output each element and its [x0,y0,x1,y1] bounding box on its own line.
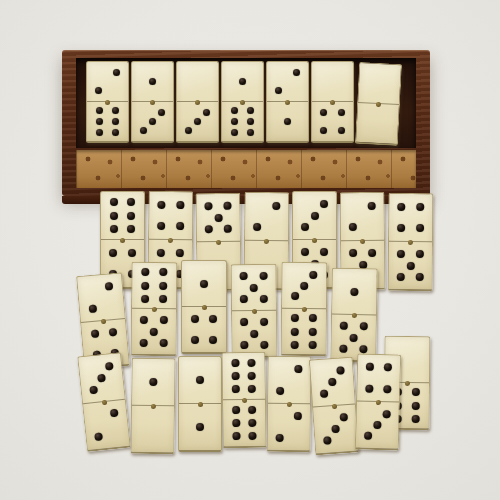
pip [224,225,232,233]
pip [350,333,358,341]
domino-tile-row3-7-value-4-3[interactable] [355,353,401,450]
pip [239,78,246,85]
box-tray [76,58,416,148]
pip [140,339,148,347]
pip [204,202,212,210]
tile-half-top [357,354,400,401]
pip [194,118,201,125]
pip [176,222,184,230]
domino-tile-box_row-6-value-0-4[interactable] [311,61,354,143]
domino-tile-row3-6-value-3-3[interactable] [309,357,360,456]
tile-half-top [87,62,128,101]
pip [214,213,222,221]
tile-half-top [182,261,226,306]
domino-tile-row2-3-value-1-4[interactable] [181,260,227,354]
pip [291,314,299,322]
pip [349,223,357,231]
tile-half-bottom [312,102,353,141]
pip [260,318,268,326]
tile-half-top [310,358,355,407]
pip [291,292,299,300]
domino-tile-row3-3-value-1-1[interactable] [178,356,222,452]
pip [240,318,248,326]
pip [113,69,120,76]
pip [149,78,156,85]
tile-half-top [341,193,384,240]
tile-half-top [389,194,432,241]
pip [160,316,168,324]
tile-half-top [267,62,308,101]
domino-tile-row1-7-value-4-5[interactable] [388,193,434,291]
pip [248,385,256,393]
pip [141,268,149,276]
pip [149,118,156,125]
pip [249,419,257,427]
pip [109,328,118,337]
pip [359,345,367,353]
pip [231,129,238,136]
pip [276,386,284,394]
pip [247,107,254,114]
pip [91,330,100,339]
pip [110,198,118,206]
pip [110,409,119,418]
tile-half-top [358,63,401,104]
domino-tile-box_row-5-value-2-1[interactable] [266,61,309,143]
pip [384,364,392,372]
pip [309,271,317,279]
tile-half-top [312,62,353,101]
pip [112,118,119,125]
tile-half-top [245,193,288,240]
pip [373,421,381,429]
pip [308,341,316,349]
pip [260,341,268,349]
pip [368,249,376,257]
pip [89,386,98,395]
pip [309,314,317,322]
pip [320,248,328,256]
tile-half-bottom [177,102,218,141]
photo-backdrop [0,0,500,500]
pip [158,222,166,230]
pip [406,261,414,269]
pip [367,202,375,210]
pip [232,432,240,440]
pip [159,268,167,276]
pip [365,384,373,392]
pip [323,436,332,445]
pip [232,419,240,427]
pip [301,223,309,231]
domino-tile-box_row-4-value-1-6[interactable] [221,61,264,143]
domino-tile-row2-2-value-6-5[interactable] [131,262,178,356]
pip [411,415,419,423]
domino-tile-row2-5-value-3-6[interactable] [281,262,328,356]
pip [320,127,327,134]
pip [141,281,149,289]
tile-half-top [132,263,176,308]
pip [241,341,249,349]
tile-half-bottom [179,404,221,450]
pip [240,295,248,303]
pip [150,327,158,335]
tile-half-top [149,192,192,239]
pip [95,87,102,94]
tile-half-bottom [131,406,174,453]
domino-box [62,50,430,196]
pip [158,201,166,209]
pip [209,336,217,344]
pip [96,118,103,125]
tile-half-bottom [83,400,130,450]
pip [159,282,167,290]
pip [149,378,157,386]
tile-half-top [177,62,218,101]
tile-half-bottom [182,307,226,352]
pip [412,388,420,396]
pip [291,340,299,348]
pip [294,365,302,373]
pip [272,202,280,210]
pip [331,425,340,434]
pip [176,201,184,209]
pip [231,359,239,367]
pip [338,109,345,116]
tile-half-bottom [282,309,326,354]
pip [291,327,299,335]
pip [249,432,257,440]
pip [336,366,345,375]
pip [209,315,217,323]
pip [311,212,319,220]
pip [397,250,405,258]
pip [340,322,348,330]
pip [320,200,328,208]
domino-tile-box_row-2-value-1-3[interactable] [131,61,174,143]
pip [294,412,302,420]
tile-half-bottom [313,405,358,454]
pip [398,203,406,211]
pip [250,283,258,291]
pip [159,339,167,347]
tile-half-top [293,192,336,239]
pip [259,272,267,280]
domino-tile-row3-1-value-3-2[interactable] [77,352,131,452]
pip [191,315,199,323]
tile-half-top [222,353,265,400]
pip [112,107,119,114]
tile-half-bottom [132,102,173,141]
pip [127,198,135,206]
pip [88,304,97,313]
pip [383,385,391,393]
tile-half-bottom [356,401,399,448]
pip [127,225,135,233]
pip [96,107,103,114]
pip [382,410,390,418]
pip [96,129,103,136]
pip [397,273,405,281]
pip [196,423,204,431]
pip [231,385,239,393]
pip [94,432,103,441]
tile-half-bottom [268,404,310,450]
pip [231,107,238,114]
domino-tile-row3-4-value-6-6[interactable] [221,352,266,449]
pip [350,287,358,295]
pip [340,345,348,353]
pip [127,212,135,220]
pip [416,203,424,211]
pip [328,378,337,387]
pip [416,250,424,258]
tile-half-top [179,357,221,403]
pip [320,389,329,398]
domino-tile-row2-4-value-5-5[interactable] [231,264,278,358]
tile-half-top [78,353,125,403]
tile-half-bottom [356,103,399,144]
pip [416,273,424,281]
tile-half-bottom [389,242,432,289]
pip [359,322,367,330]
pip [284,118,291,125]
pip [254,223,262,231]
pip [128,249,136,257]
pip [300,281,308,289]
tile-half-top [282,263,326,308]
pip [112,129,119,136]
pip [141,294,149,302]
pip [412,402,420,410]
pip [97,374,106,383]
pip [320,109,327,116]
domino-tile-row3-2-value-1-0[interactable] [130,358,175,455]
pip [398,224,406,232]
tile-half-top [196,194,240,242]
tile-half-top [101,192,144,239]
tile-half-bottom [87,102,128,141]
pip [231,118,238,125]
pip [260,295,268,303]
tile-half-bottom [222,102,263,141]
pip [247,129,254,136]
pip [200,280,208,288]
pip [223,202,231,210]
pip [191,336,199,344]
pip [250,329,258,337]
pip [196,376,204,384]
tile-half-top [132,62,173,101]
tile-half-bottom [232,311,276,356]
pip [231,372,239,380]
pip [140,127,147,134]
pip [293,69,300,76]
pip [339,413,348,422]
pip [248,405,256,413]
pip [309,328,317,336]
pip [205,225,213,233]
domino-tile-row2-6-value-1-5[interactable] [330,268,378,363]
domino-tile-row3-5-value-2-2[interactable] [266,356,311,452]
domino-tile-box_row-1-value-2-6[interactable] [86,61,129,143]
domino-tile-box_row-7-value-0-0[interactable] [355,62,402,146]
pip [110,212,118,220]
box-front-panel [76,150,416,188]
pip [110,225,118,233]
pip [247,118,254,125]
tile-half-top [132,359,175,406]
domino-tile-box_row-3-value-0-3[interactable] [176,61,219,143]
pip [109,249,117,257]
pip [175,249,183,257]
pip [159,295,167,303]
pip [366,363,374,371]
pip [232,406,240,414]
pip [140,316,148,324]
tile-half-bottom [132,309,176,354]
pip [301,248,309,256]
tile-half-top [268,357,310,403]
pip [364,432,372,440]
pip [349,249,357,257]
tile-half-top [222,62,263,101]
pip [158,109,165,116]
tile-half-top [77,273,125,322]
pip [105,362,114,371]
pip [416,224,424,232]
pip [276,433,284,441]
pip [203,109,210,116]
tile-half-bottom [223,400,266,447]
pip [157,249,165,257]
pip [105,282,114,291]
tile-half-bottom [267,102,308,141]
pip [248,372,256,380]
tile-half-top [232,265,276,310]
pip [185,127,192,134]
pip [248,358,256,366]
tile-half-top [332,269,377,315]
pip [275,87,282,94]
pip [338,127,345,134]
pip [240,272,248,280]
